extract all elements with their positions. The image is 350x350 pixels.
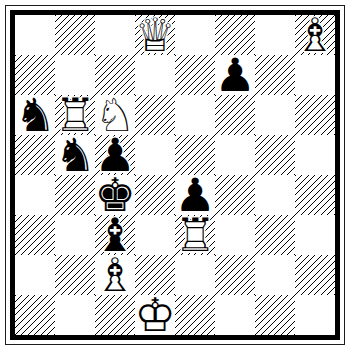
page: ♛♕♝♗♟♞♜♖♞♘♞♟♚♟♝♜♖♝♗♚♔ (0, 0, 350, 350)
square-f6[interactable] (215, 95, 255, 135)
square-b4[interactable] (55, 175, 95, 215)
white-king-icon: ♔ (135, 295, 175, 335)
square-h3[interactable] (295, 215, 335, 255)
piece-black-knight[interactable]: ♞ (15, 95, 55, 135)
square-h1[interactable] (295, 295, 335, 335)
square-e7[interactable] (175, 55, 215, 95)
piece-white-bishop[interactable]: ♝♗ (295, 15, 335, 55)
square-e1[interactable] (175, 295, 215, 335)
piece-black-pawn[interactable]: ♟ (215, 55, 255, 95)
piece-black-knight[interactable]: ♞ (55, 135, 95, 175)
square-d6[interactable] (135, 95, 175, 135)
square-g3[interactable] (255, 215, 295, 255)
square-b8[interactable] (55, 15, 95, 55)
square-d8[interactable]: ♛♕ (135, 15, 175, 55)
square-b2[interactable] (55, 255, 95, 295)
square-f4[interactable] (215, 175, 255, 215)
square-h5[interactable] (295, 135, 335, 175)
square-a4[interactable] (15, 175, 55, 215)
square-d3[interactable] (135, 215, 175, 255)
square-g7[interactable] (255, 55, 295, 95)
square-a2[interactable] (15, 255, 55, 295)
square-d5[interactable] (135, 135, 175, 175)
square-e6[interactable] (175, 95, 215, 135)
square-g6[interactable] (255, 95, 295, 135)
square-a5[interactable] (15, 135, 55, 175)
piece-white-rook[interactable]: ♜♖ (175, 215, 215, 255)
square-d4[interactable] (135, 175, 175, 215)
square-c8[interactable] (95, 15, 135, 55)
black-pawn-icon: ♟ (215, 55, 255, 95)
square-d7[interactable] (135, 55, 175, 95)
square-h2[interactable] (295, 255, 335, 295)
square-f7[interactable]: ♟ (215, 55, 255, 95)
square-a8[interactable] (15, 15, 55, 55)
square-h6[interactable] (295, 95, 335, 135)
square-g4[interactable] (255, 175, 295, 215)
square-d1[interactable]: ♚♔ (135, 295, 175, 335)
square-a6[interactable]: ♞ (15, 95, 55, 135)
square-a3[interactable] (15, 215, 55, 255)
square-b5[interactable]: ♞ (55, 135, 95, 175)
square-c2[interactable]: ♝♗ (95, 255, 135, 295)
black-knight-icon: ♞ (15, 95, 55, 135)
square-e8[interactable] (175, 15, 215, 55)
square-b1[interactable] (55, 295, 95, 335)
white-bishop-icon: ♗ (95, 255, 135, 295)
square-b3[interactable] (55, 215, 95, 255)
square-f5[interactable] (215, 135, 255, 175)
board-frame: ♛♕♝♗♟♞♜♖♞♘♞♟♚♟♝♜♖♝♗♚♔ (10, 10, 340, 340)
square-f3[interactable] (215, 215, 255, 255)
square-f1[interactable] (215, 295, 255, 335)
square-c1[interactable] (95, 295, 135, 335)
square-f2[interactable] (215, 255, 255, 295)
square-e3[interactable]: ♜♖ (175, 215, 215, 255)
square-h8[interactable]: ♝♗ (295, 15, 335, 55)
square-a1[interactable] (15, 295, 55, 335)
white-rook-icon: ♖ (175, 215, 215, 255)
black-knight-icon: ♞ (55, 135, 95, 175)
square-g1[interactable] (255, 295, 295, 335)
piece-white-king[interactable]: ♚♔ (135, 295, 175, 335)
square-e2[interactable] (175, 255, 215, 295)
square-h7[interactable] (295, 55, 335, 95)
square-g8[interactable] (255, 15, 295, 55)
white-bishop-icon: ♗ (295, 15, 335, 55)
white-queen-icon: ♕ (135, 15, 175, 55)
square-g2[interactable] (255, 255, 295, 295)
piece-white-queen[interactable]: ♛♕ (135, 15, 175, 55)
square-g5[interactable] (255, 135, 295, 175)
chess-board: ♛♕♝♗♟♞♜♖♞♘♞♟♚♟♝♜♖♝♗♚♔ (15, 15, 335, 335)
square-h4[interactable] (295, 175, 335, 215)
piece-white-bishop[interactable]: ♝♗ (95, 255, 135, 295)
